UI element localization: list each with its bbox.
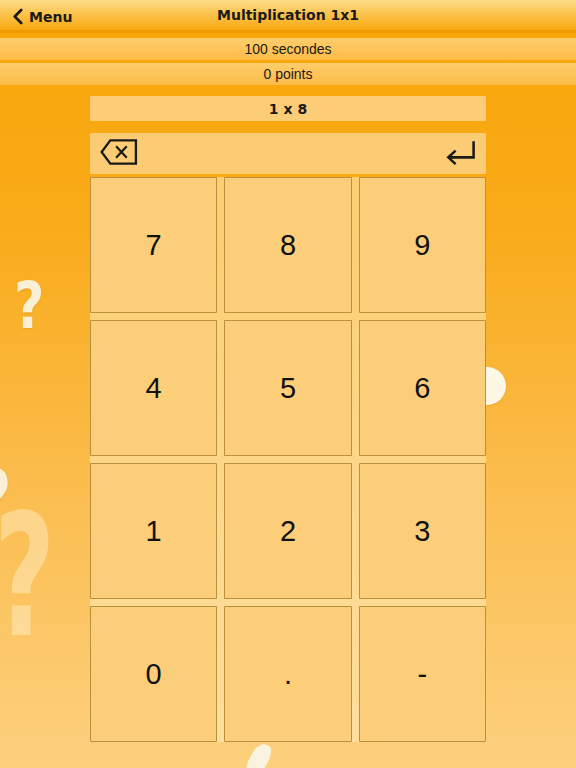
points-text: 0 points (263, 66, 312, 82)
answer-input-bar (90, 133, 486, 174)
key-4[interactable]: 4 (90, 320, 217, 456)
points-bar: 0 points (0, 63, 576, 85)
enter-button[interactable] (442, 139, 477, 169)
key-decimal[interactable]: . (224, 606, 351, 742)
key-1[interactable]: 1 (90, 463, 217, 599)
navigation-bar: Menu Multiplication 1x1 (0, 0, 576, 33)
key-8[interactable]: 8 (224, 177, 351, 313)
enter-icon (442, 139, 477, 169)
question-text: 1 x 8 (269, 101, 307, 117)
decorative-question-mark-bottom (243, 741, 275, 768)
key-7[interactable]: 7 (90, 177, 217, 313)
key-2[interactable]: 2 (224, 463, 351, 599)
key-minus[interactable]: - (359, 606, 486, 742)
back-chevron-icon (12, 8, 23, 25)
numeric-keypad: 7 8 9 4 5 6 1 2 3 0 . - (90, 177, 486, 742)
backspace-button[interactable] (99, 138, 139, 169)
timer-bar: 100 secondes (0, 38, 576, 60)
page-title: Multiplication 1x1 (217, 7, 359, 23)
key-9[interactable]: 9 (359, 177, 486, 313)
backspace-icon (99, 138, 139, 169)
key-6[interactable]: 6 (359, 320, 486, 456)
timer-text: 100 secondes (244, 41, 331, 57)
decorative-question-mark-large: ? (0, 491, 55, 661)
question-display: 1 x 8 (90, 96, 486, 121)
key-3[interactable]: 3 (359, 463, 486, 599)
decorative-question-mark-small: ? (14, 274, 44, 338)
app-screen: ? ? ? Menu Multiplication 1x1 100 second… (0, 0, 576, 768)
key-5[interactable]: 5 (224, 320, 351, 456)
menu-back-label: Menu (29, 9, 72, 25)
key-0[interactable]: 0 (90, 606, 217, 742)
menu-back-button[interactable]: Menu (12, 0, 72, 33)
